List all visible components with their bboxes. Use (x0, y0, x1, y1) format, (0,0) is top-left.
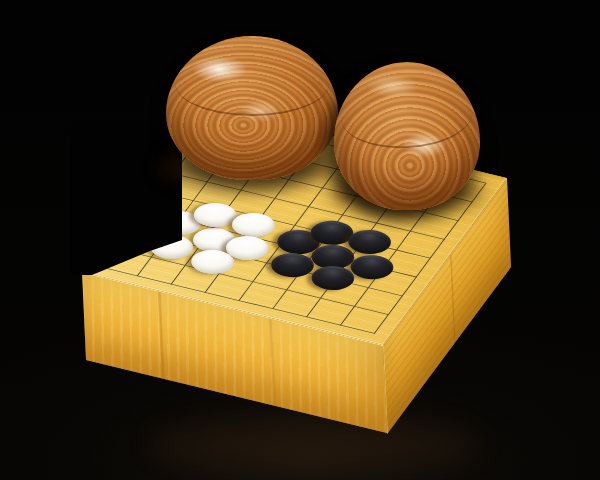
go-bowl-left (166, 36, 338, 180)
floor-reflection (150, 420, 480, 470)
bowl-lid-seam (340, 81, 475, 152)
bowl-lid-seam (175, 50, 330, 115)
go-set-photo: ●●●●●●●●●●●●●● (0, 0, 600, 480)
go-bowl-right (334, 62, 480, 210)
